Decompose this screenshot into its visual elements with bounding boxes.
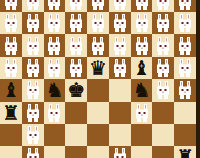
square-r1-c3[interactable] [65, 12, 87, 34]
square-r2-c8[interactable] [174, 34, 196, 56]
square-r3-c0[interactable] [0, 57, 22, 79]
white-rabbit-piece [25, 0, 41, 10]
square-r7-c8[interactable]: ♜ [174, 146, 196, 158]
square-r5-c6[interactable] [131, 102, 153, 124]
square-r6-c0[interactable] [0, 124, 22, 146]
square-r5-c3[interactable] [65, 102, 87, 124]
white-rabbit-piece [112, 59, 128, 77]
black-knight-piece: ♞ [133, 81, 151, 99]
square-r4-c8[interactable] [174, 79, 196, 101]
square-r5-c5[interactable] [109, 102, 131, 124]
square-r5-c0[interactable]: ♜ [0, 102, 22, 124]
chess-board: ♛♝♝♞♚♞♜♜ [0, 0, 196, 158]
white-rabbit-piece [112, 148, 128, 158]
white-rabbit-piece [155, 59, 171, 77]
square-r3-c8[interactable] [174, 57, 196, 79]
square-r7-c2[interactable] [44, 146, 66, 158]
square-r3-c7[interactable] [152, 57, 174, 79]
square-r0-c5[interactable] [109, 0, 131, 12]
square-r1-c6[interactable] [131, 12, 153, 34]
white-rabbit-piece [112, 0, 128, 10]
white-rabbit-piece [177, 81, 193, 99]
white-rabbit-piece [68, 0, 84, 10]
white-rabbit-piece [177, 14, 193, 32]
square-r1-c0[interactable] [0, 12, 22, 34]
square-r3-c5[interactable] [109, 57, 131, 79]
white-rabbit-piece [68, 14, 84, 32]
square-r4-c1[interactable] [22, 79, 44, 101]
square-r3-c1[interactable] [22, 57, 44, 79]
black-rook-piece: ♜ [176, 148, 194, 158]
square-r5-c1[interactable] [22, 102, 44, 124]
square-r3-c2[interactable] [44, 57, 66, 79]
square-r2-c1[interactable] [22, 34, 44, 56]
square-r0-c7[interactable] [152, 0, 174, 12]
white-rabbit-piece [134, 104, 150, 122]
black-queen-piece: ♛ [89, 59, 107, 77]
square-r1-c1[interactable] [22, 12, 44, 34]
white-rabbit-piece [68, 59, 84, 77]
white-rabbit-piece [3, 14, 19, 32]
white-rabbit-piece [134, 14, 150, 32]
white-rabbit-piece [134, 37, 150, 55]
white-rabbit-piece [177, 0, 193, 10]
square-r0-c2[interactable] [44, 0, 66, 12]
square-r6-c2[interactable] [44, 124, 66, 146]
white-rabbit-piece [177, 59, 193, 77]
white-rabbit-piece [177, 37, 193, 55]
white-rabbit-piece [90, 0, 106, 10]
white-rabbit-piece [68, 37, 84, 55]
square-r5-c8[interactable] [174, 102, 196, 124]
square-r7-c7[interactable] [152, 146, 174, 158]
square-r1-c5[interactable] [109, 12, 131, 34]
square-r4-c7[interactable] [152, 79, 174, 101]
square-r0-c0[interactable] [0, 0, 22, 12]
white-rabbit-piece [25, 59, 41, 77]
square-r4-c2[interactable]: ♞ [44, 79, 66, 101]
square-r1-c4[interactable] [87, 12, 109, 34]
square-r0-c4[interactable] [87, 0, 109, 12]
white-rabbit-piece [155, 14, 171, 32]
square-r3-c3[interactable] [65, 57, 87, 79]
square-r7-c6[interactable] [131, 146, 153, 158]
square-r1-c8[interactable] [174, 12, 196, 34]
square-r2-c2[interactable] [44, 34, 66, 56]
white-rabbit-piece [25, 126, 41, 144]
black-king-piece: ♚ [67, 81, 85, 99]
black-bishop-piece: ♝ [2, 81, 20, 99]
white-rabbit-piece [46, 37, 62, 55]
black-rook-piece: ♜ [2, 104, 20, 122]
square-r0-c3[interactable] [65, 0, 87, 12]
square-r6-c7[interactable] [152, 124, 174, 146]
square-r5-c4[interactable] [87, 102, 109, 124]
square-r2-c3[interactable] [65, 34, 87, 56]
square-r7-c4[interactable] [87, 146, 109, 158]
square-r6-c8[interactable] [174, 124, 196, 146]
square-r7-c3[interactable] [65, 146, 87, 158]
square-r2-c4[interactable] [87, 34, 109, 56]
square-r6-c6[interactable] [131, 124, 153, 146]
square-r4-c5[interactable] [109, 79, 131, 101]
white-rabbit-piece [25, 104, 41, 122]
square-r4-c0[interactable]: ♝ [0, 79, 22, 101]
white-rabbit-piece [3, 37, 19, 55]
square-r4-c6[interactable]: ♞ [131, 79, 153, 101]
white-rabbit-piece [155, 37, 171, 55]
white-rabbit-piece [90, 37, 106, 55]
white-rabbit-piece [46, 59, 62, 77]
board-right-edge [196, 0, 200, 158]
square-r7-c1[interactable] [22, 146, 44, 158]
white-rabbit-piece [112, 14, 128, 32]
square-r6-c3[interactable] [65, 124, 87, 146]
white-rabbit-piece [155, 81, 171, 99]
black-knight-piece: ♞ [45, 81, 63, 99]
square-r2-c7[interactable] [152, 34, 174, 56]
white-rabbit-piece [155, 0, 171, 10]
white-rabbit-piece [25, 14, 41, 32]
game-window: ♛♝♝♞♚♞♜♜ [0, 0, 200, 158]
white-rabbit-piece [134, 0, 150, 10]
white-rabbit-piece [3, 0, 19, 10]
white-rabbit-piece [25, 37, 41, 55]
square-r3-c6[interactable]: ♝ [131, 57, 153, 79]
black-bishop-piece: ♝ [133, 59, 151, 77]
square-r0-c1[interactable] [22, 0, 44, 12]
square-r5-c7[interactable] [152, 102, 174, 124]
square-r4-c4[interactable] [87, 79, 109, 101]
white-rabbit-piece [46, 0, 62, 10]
square-r6-c1[interactable] [22, 124, 44, 146]
square-r1-c2[interactable] [44, 12, 66, 34]
white-rabbit-piece [3, 59, 19, 77]
square-r4-c3[interactable]: ♚ [65, 79, 87, 101]
white-rabbit-piece [25, 148, 41, 158]
square-r5-c2[interactable] [44, 102, 66, 124]
square-r2-c0[interactable] [0, 34, 22, 56]
square-r7-c5[interactable] [109, 146, 131, 158]
square-r2-c5[interactable] [109, 34, 131, 56]
square-r6-c5[interactable] [109, 124, 131, 146]
square-r6-c4[interactable] [87, 124, 109, 146]
white-rabbit-piece [46, 104, 62, 122]
square-r0-c8[interactable] [174, 0, 196, 12]
white-rabbit-piece [25, 81, 41, 99]
white-rabbit-piece [90, 14, 106, 32]
square-r3-c4[interactable]: ♛ [87, 57, 109, 79]
square-r7-c0[interactable] [0, 146, 22, 158]
square-r1-c7[interactable] [152, 12, 174, 34]
square-r2-c6[interactable] [131, 34, 153, 56]
white-rabbit-piece [46, 14, 62, 32]
square-r0-c6[interactable] [131, 0, 153, 12]
white-rabbit-piece [112, 37, 128, 55]
